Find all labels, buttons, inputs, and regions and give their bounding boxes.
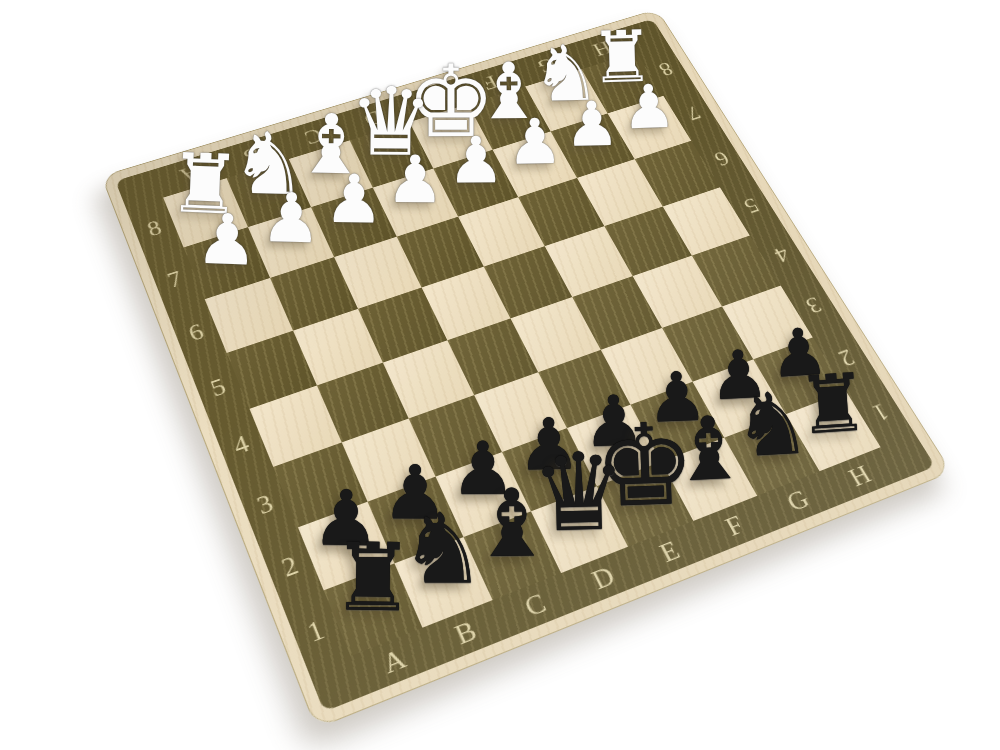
- photo-scene: AABBCCDDEEFFGGHH1122334455667788 ♜♞♝♛♚♝♞…: [0, 0, 1000, 750]
- white-pawn-g7[interactable]: ♟: [564, 93, 621, 156]
- black-rook-a1[interactable]: ♜: [330, 530, 415, 624]
- white-pawn-a7[interactable]: ♟: [194, 203, 259, 275]
- white-pawn-e7[interactable]: ♟: [447, 129, 505, 193]
- white-pawn-h7[interactable]: ♟: [621, 76, 677, 138]
- white-pawn-b7[interactable]: ♟: [259, 184, 322, 254]
- white-pawn-d7[interactable]: ♟: [386, 147, 445, 213]
- white-pawn-c7[interactable]: ♟: [323, 165, 384, 232]
- white-pawn-f7[interactable]: ♟: [506, 111, 563, 174]
